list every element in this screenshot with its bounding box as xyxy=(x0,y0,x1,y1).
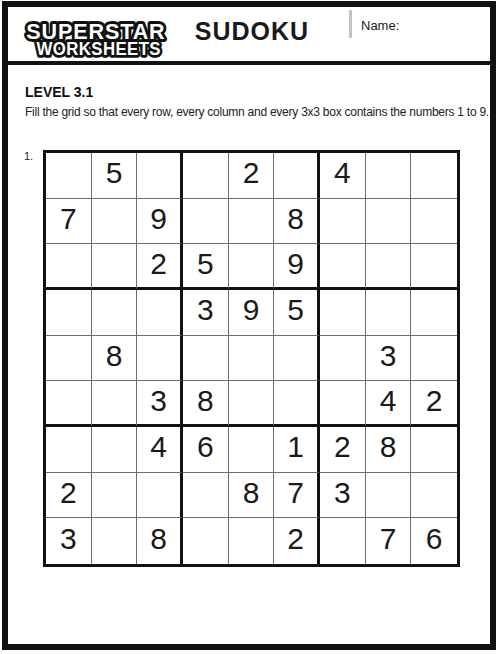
cell-r9c6: 2 xyxy=(274,518,320,564)
cell-r3c2[interactable] xyxy=(92,244,138,290)
cell-r2c3: 9 xyxy=(137,199,183,245)
cell-r7c3: 4 xyxy=(137,427,183,473)
name-label: Name: xyxy=(361,18,399,33)
cell-r4c8[interactable] xyxy=(366,290,412,336)
cell-r2c8[interactable] xyxy=(366,199,412,245)
cell-r6c4: 8 xyxy=(183,381,229,427)
cell-r8c3[interactable] xyxy=(137,473,183,519)
cell-r9c9: 6 xyxy=(411,518,457,564)
cell-r5c7[interactable] xyxy=(320,336,366,382)
cell-r2c7[interactable] xyxy=(320,199,366,245)
cell-r3c8[interactable] xyxy=(366,244,412,290)
cell-r1c3[interactable] xyxy=(137,153,183,199)
cell-r4c2[interactable] xyxy=(92,290,138,336)
cell-r5c1[interactable] xyxy=(46,336,92,382)
cell-r2c5[interactable] xyxy=(229,199,275,245)
cell-r9c4[interactable] xyxy=(183,518,229,564)
cell-r1c1[interactable] xyxy=(46,153,92,199)
cell-r5c4[interactable] xyxy=(183,336,229,382)
cell-r5c3[interactable] xyxy=(137,336,183,382)
puzzle-number-label: 1. xyxy=(24,150,33,162)
cell-r6c3: 3 xyxy=(137,381,183,427)
cell-r6c1[interactable] xyxy=(46,381,92,427)
cell-r6c6[interactable] xyxy=(274,381,320,427)
cell-r4c4: 3 xyxy=(183,290,229,336)
cell-r7c5[interactable] xyxy=(229,427,275,473)
cell-r2c4[interactable] xyxy=(183,199,229,245)
cell-r8c5: 8 xyxy=(229,473,275,519)
cell-r6c5[interactable] xyxy=(229,381,275,427)
cell-r8c7: 3 xyxy=(320,473,366,519)
cell-r8c4[interactable] xyxy=(183,473,229,519)
cell-r5c9[interactable] xyxy=(411,336,457,382)
cell-r5c6[interactable] xyxy=(274,336,320,382)
cell-r8c1: 2 xyxy=(46,473,92,519)
cell-r6c9: 2 xyxy=(411,381,457,427)
cell-r2c1: 7 xyxy=(46,199,92,245)
cell-r3c6: 9 xyxy=(274,244,320,290)
cell-r8c8[interactable] xyxy=(366,473,412,519)
sudoku-grid: 52479825939583384246128287338276 xyxy=(43,150,460,567)
cell-r1c8[interactable] xyxy=(366,153,412,199)
cell-r3c3: 2 xyxy=(137,244,183,290)
cell-r8c6: 7 xyxy=(274,473,320,519)
cell-r8c2[interactable] xyxy=(92,473,138,519)
cell-r7c4: 6 xyxy=(183,427,229,473)
cell-r1c4[interactable] xyxy=(183,153,229,199)
cell-r6c8: 4 xyxy=(366,381,412,427)
cell-r4c3[interactable] xyxy=(137,290,183,336)
cell-r4c9[interactable] xyxy=(411,290,457,336)
cell-r7c1[interactable] xyxy=(46,427,92,473)
cell-r5c2: 8 xyxy=(92,336,138,382)
cell-r3c4: 5 xyxy=(183,244,229,290)
cell-r9c2[interactable] xyxy=(92,518,138,564)
cell-r9c7[interactable] xyxy=(320,518,366,564)
cell-r8c9[interactable] xyxy=(411,473,457,519)
cell-r3c9[interactable] xyxy=(411,244,457,290)
cell-r3c7[interactable] xyxy=(320,244,366,290)
cell-r7c9[interactable] xyxy=(411,427,457,473)
cell-r7c7: 2 xyxy=(320,427,366,473)
header-divider xyxy=(8,61,492,65)
cell-r1c6[interactable] xyxy=(274,153,320,199)
cell-r7c6: 1 xyxy=(274,427,320,473)
cell-r9c1: 3 xyxy=(46,518,92,564)
instructions-text: Fill the grid so that every row, every c… xyxy=(25,105,489,119)
cell-r9c8: 7 xyxy=(366,518,412,564)
cell-r3c1[interactable] xyxy=(46,244,92,290)
cell-r5c5[interactable] xyxy=(229,336,275,382)
cell-r2c9[interactable] xyxy=(411,199,457,245)
cell-r7c8: 8 xyxy=(366,427,412,473)
cell-r1c7: 4 xyxy=(320,153,366,199)
cell-r2c6: 8 xyxy=(274,199,320,245)
cell-r3c5[interactable] xyxy=(229,244,275,290)
cell-r4c5: 9 xyxy=(229,290,275,336)
cell-r5c8: 3 xyxy=(366,336,412,382)
cell-r1c2: 5 xyxy=(92,153,138,199)
cell-r4c7[interactable] xyxy=(320,290,366,336)
page-title: SUDOKU xyxy=(190,17,314,46)
worksheet-page: SUPERSTAR WORKSHEETS SUDOKU Name: LEVEL … xyxy=(0,0,500,654)
cell-r4c1[interactable] xyxy=(46,290,92,336)
cell-r7c2[interactable] xyxy=(92,427,138,473)
level-heading: LEVEL 3.1 xyxy=(25,84,93,100)
cell-r1c5: 2 xyxy=(229,153,275,199)
cell-r4c6: 5 xyxy=(274,290,320,336)
cell-r6c2[interactable] xyxy=(92,381,138,427)
cell-r6c7[interactable] xyxy=(320,381,366,427)
superstar-worksheets-logo: SUPERSTAR WORKSHEETS xyxy=(10,9,180,61)
name-divider-line xyxy=(349,10,352,38)
cell-r9c3: 8 xyxy=(137,518,183,564)
cell-r2c2[interactable] xyxy=(92,199,138,245)
cell-r9c5[interactable] xyxy=(229,518,275,564)
cell-r1c9[interactable] xyxy=(411,153,457,199)
logo-line2: WORKSHEETS xyxy=(37,38,161,59)
